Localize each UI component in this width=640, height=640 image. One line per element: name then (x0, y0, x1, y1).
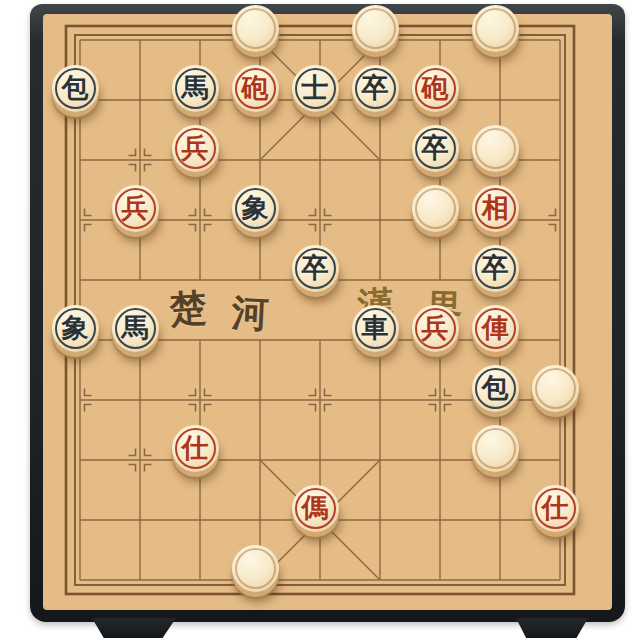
app-background: 楚 河 漢 界 包馬砲士卒砲兵卒兵象相卒卒象馬車兵俥包仕傌仕 (0, 0, 640, 640)
piece-black-soldier[interactable]: 卒 (472, 245, 519, 292)
piece-character: 卒 (292, 245, 339, 292)
piece-character: 兵 (412, 305, 459, 352)
piece-hidden-piece[interactable] (472, 125, 519, 172)
piece-red-cannon[interactable]: 砲 (232, 65, 279, 112)
piece-black-cannon[interactable]: 包 (52, 65, 99, 112)
piece-black-horse[interactable]: 馬 (172, 65, 219, 112)
piece-character: 馬 (172, 65, 219, 112)
board-foot-left (92, 618, 176, 638)
piece-character: 砲 (232, 65, 279, 112)
piece-red-soldier[interactable]: 兵 (412, 305, 459, 352)
piece-character: 士 (292, 65, 339, 112)
piece-character: 卒 (472, 245, 519, 292)
piece-character: 卒 (352, 65, 399, 112)
piece-black-advisor[interactable]: 士 (292, 65, 339, 112)
piece-red-cannon[interactable]: 砲 (412, 65, 459, 112)
piece-character: 包 (52, 65, 99, 112)
piece-red-horse[interactable]: 傌 (292, 485, 339, 532)
piece-black-horse[interactable]: 馬 (112, 305, 159, 352)
piece-character: 兵 (112, 185, 159, 232)
hidden-piece-ring (355, 8, 396, 49)
piece-black-soldier[interactable]: 卒 (352, 65, 399, 112)
piece-character: 包 (472, 365, 519, 412)
piece-red-advisor[interactable]: 仕 (172, 425, 219, 472)
piece-character: 象 (52, 305, 99, 352)
piece-black-soldier[interactable]: 卒 (292, 245, 339, 292)
piece-black-soldier[interactable]: 卒 (412, 125, 459, 172)
piece-hidden-piece[interactable] (412, 185, 459, 232)
hidden-piece-ring (475, 8, 516, 49)
piece-hidden-piece[interactable] (232, 545, 279, 592)
piece-red-soldier[interactable]: 兵 (112, 185, 159, 232)
piece-black-cannon[interactable]: 包 (472, 365, 519, 412)
piece-black-elephant[interactable]: 象 (232, 185, 279, 232)
board-foot-right (516, 618, 588, 638)
piece-hidden-piece[interactable] (232, 5, 279, 52)
piece-hidden-piece[interactable] (532, 365, 579, 412)
piece-character: 仕 (532, 485, 579, 532)
piece-hidden-piece[interactable] (472, 425, 519, 472)
piece-character: 車 (352, 305, 399, 352)
hidden-piece-ring (535, 368, 576, 409)
piece-character: 俥 (472, 305, 519, 352)
hidden-piece-ring (235, 8, 276, 49)
hidden-piece-ring (475, 428, 516, 469)
piece-black-elephant[interactable]: 象 (52, 305, 99, 352)
hidden-piece-ring (475, 128, 516, 169)
piece-black-chariot[interactable]: 車 (352, 305, 399, 352)
piece-hidden-piece[interactable] (472, 5, 519, 52)
piece-character: 卒 (412, 125, 459, 172)
piece-character: 傌 (292, 485, 339, 532)
piece-red-chariot[interactable]: 俥 (472, 305, 519, 352)
piece-hidden-piece[interactable] (352, 5, 399, 52)
piece-character: 仕 (172, 425, 219, 472)
piece-red-elephant[interactable]: 相 (472, 185, 519, 232)
piece-character: 兵 (172, 125, 219, 172)
hidden-piece-ring (235, 548, 276, 589)
piece-red-advisor[interactable]: 仕 (532, 485, 579, 532)
piece-character: 象 (232, 185, 279, 232)
piece-character: 相 (472, 185, 519, 232)
hidden-piece-ring (415, 188, 456, 229)
piece-red-soldier[interactable]: 兵 (172, 125, 219, 172)
piece-character: 馬 (112, 305, 159, 352)
piece-character: 砲 (412, 65, 459, 112)
